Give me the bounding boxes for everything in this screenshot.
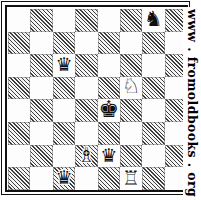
square-d7: [75, 32, 97, 55]
square-d2: ♗: [75, 145, 97, 168]
square-f4: [120, 99, 142, 122]
white-bishop-d2: ♗: [77, 145, 95, 165]
black-queen-e2: ♛: [100, 146, 117, 165]
square-a4: [8, 99, 30, 122]
square-b4: [30, 99, 52, 122]
black-queen-c1: ♛: [55, 168, 72, 187]
square-c7: [53, 32, 75, 55]
square-c2: [53, 145, 75, 168]
square-g1: [142, 167, 164, 190]
square-f7: [120, 32, 142, 55]
square-c1: ♛: [53, 167, 75, 190]
square-a8: [8, 9, 30, 32]
square-f1: ♖: [120, 167, 142, 190]
black-queen-c6: ♛: [55, 55, 72, 74]
square-e1: [98, 167, 120, 190]
square-f5: ♘: [120, 77, 142, 100]
square-e6: [98, 54, 120, 77]
square-d5: [75, 77, 97, 100]
square-f2: [120, 145, 142, 168]
square-e4: ♚: [98, 99, 120, 122]
square-f3: [120, 122, 142, 145]
square-b8: [30, 9, 52, 32]
square-c8: [53, 9, 75, 32]
watermark-strip: www . fromoldbooks . org: [183, 7, 201, 200]
square-f6: [120, 54, 142, 77]
square-d4: [75, 99, 97, 122]
square-g2: [142, 145, 164, 168]
square-b7: [30, 32, 52, 55]
square-c4: [53, 99, 75, 122]
square-e2: ♛: [98, 145, 120, 168]
square-a1: [8, 167, 30, 190]
square-b6: [30, 54, 52, 77]
chess-diagram-scan: ♞♛♘♚♗♛♛♖ www . fromoldbooks . org: [0, 0, 201, 200]
square-d3: [75, 122, 97, 145]
square-g4: [142, 99, 164, 122]
square-a3: [8, 122, 30, 145]
square-e7: [98, 32, 120, 55]
square-a5: [8, 77, 30, 100]
square-a2: [8, 145, 30, 168]
square-c5: [53, 77, 75, 100]
black-king-e4: ♚: [98, 98, 119, 121]
black-knight-g8: ♞: [144, 9, 163, 30]
square-g7: [142, 32, 164, 55]
square-a7: [8, 32, 30, 55]
white-knight-f5: ♘: [122, 76, 141, 97]
white-rook-f1: ♖: [122, 168, 140, 188]
square-b1: [30, 167, 52, 190]
square-e8: [98, 9, 120, 32]
watermark-text: www . fromoldbooks . org: [185, 9, 200, 197]
square-b5: [30, 77, 52, 100]
square-c3: [53, 122, 75, 145]
square-g5: [142, 77, 164, 100]
square-d8: [75, 9, 97, 32]
chess-board: ♞♛♘♚♗♛♛♖: [8, 9, 187, 190]
square-f8: [120, 9, 142, 32]
square-d1: [75, 167, 97, 190]
square-e3: [98, 122, 120, 145]
square-b3: [30, 122, 52, 145]
square-g6: [142, 54, 164, 77]
square-d6: [75, 54, 97, 77]
square-g3: [142, 122, 164, 145]
square-g8: ♞: [142, 9, 164, 32]
square-c6: ♛: [53, 54, 75, 77]
square-a6: [8, 54, 30, 77]
square-b2: [30, 145, 52, 168]
